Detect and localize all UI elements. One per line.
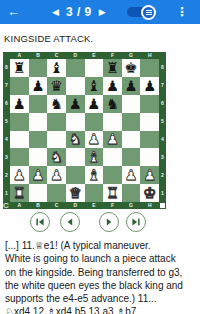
piece-white-pawn: ♟ <box>29 166 48 184</box>
square-e4[interactable]: ♟ <box>85 131 104 149</box>
skip-to-end-icon <box>130 216 142 228</box>
square-g6[interactable] <box>122 95 141 113</box>
file-label-h: H <box>140 202 159 209</box>
square-f5[interactable] <box>103 113 122 131</box>
file-labels-bottom: ABCDEFGH <box>10 202 159 209</box>
file-label-g: G <box>122 202 141 209</box>
rank-label-8: 8 <box>3 59 10 77</box>
square-f8[interactable]: ♜ <box>103 59 122 77</box>
piece-white-pawn: ♟ <box>140 166 159 184</box>
square-b4[interactable] <box>29 131 48 149</box>
square-g7[interactable]: ♟ <box>122 77 141 95</box>
file-label-d: D <box>66 202 85 209</box>
square-g5[interactable] <box>122 113 141 131</box>
file-label-e: E <box>85 52 104 59</box>
piece-black-pawn: ♟ <box>29 77 48 95</box>
square-e5[interactable] <box>85 113 104 131</box>
side-to-move-indicator <box>160 203 165 208</box>
next-move-button[interactable] <box>99 212 119 232</box>
square-d7[interactable] <box>66 77 85 95</box>
square-h5[interactable] <box>140 113 159 131</box>
square-g2[interactable]: ♟ <box>122 166 141 184</box>
rank-label-8: 8 <box>159 59 166 77</box>
file-label-d: D <box>66 52 85 59</box>
rank-label-4: 4 <box>159 131 166 149</box>
square-a8[interactable]: ♜ <box>10 59 29 77</box>
square-a1[interactable]: ♜ <box>10 184 29 202</box>
piece-white-pawn: ♟ <box>85 131 104 149</box>
page-title: KINGSIDE ATTACK. <box>4 33 93 44</box>
square-g8[interactable]: ♚ <box>122 59 141 77</box>
moves-list-toggle[interactable] <box>127 4 161 20</box>
annotation-line-2: White is going to launch a piece attack <box>5 252 197 265</box>
file-label-e: E <box>85 202 104 209</box>
square-h8[interactable] <box>140 59 159 77</box>
square-f2[interactable] <box>103 166 122 184</box>
rank-label-5: 5 <box>3 113 10 131</box>
square-c2[interactable]: ♟ <box>47 166 66 184</box>
go-to-end-button[interactable] <box>126 212 146 232</box>
board-grid: ♜♝♜♚♟♛♝♟♟♟♟♞♟♟♞♞♟♟♞♝♟♟♟♝♟♟♜♛♜♚ <box>10 59 159 202</box>
square-c4[interactable] <box>47 131 66 149</box>
app-screen: ← ◀ 3 / 9 ▶ ⋮ KINGSIDE ATTACK. ABCDEFGH … <box>0 0 200 314</box>
piece-black-bishop: ♝ <box>47 59 66 77</box>
rank-label-3: 3 <box>159 148 166 166</box>
exercise-position-label: 3 / 9 <box>66 5 92 19</box>
chessking-logo: C <box>3 201 9 210</box>
square-f7[interactable]: ♟ <box>103 77 122 95</box>
square-b3[interactable] <box>29 148 48 166</box>
piece-white-king: ♚ <box>140 184 159 202</box>
file-label-a: A <box>10 202 29 209</box>
piece-white-pawn: ♟ <box>122 166 141 184</box>
piece-black-pawn: ♟ <box>103 77 122 95</box>
rank-label-1: 1 <box>3 184 10 202</box>
square-d3[interactable] <box>66 148 85 166</box>
rank-label-5: 5 <box>159 113 166 131</box>
previous-move-button[interactable] <box>60 212 80 232</box>
square-c5[interactable] <box>47 113 66 131</box>
rank-label-1: 1 <box>159 184 166 202</box>
top-bar: ← ◀ 3 / 9 ▶ ⋮ <box>0 0 200 24</box>
next-exercise-icon[interactable]: ▶ <box>99 0 106 24</box>
file-label-b: B <box>29 52 48 59</box>
previous-icon <box>64 216 76 228</box>
square-d8[interactable] <box>66 59 85 77</box>
piece-white-bishop: ♝ <box>85 148 104 166</box>
square-f6[interactable]: ♞ <box>103 95 122 113</box>
piece-black-bishop: ♝ <box>85 77 104 95</box>
square-c6[interactable]: ♞ <box>47 95 66 113</box>
piece-black-rook: ♜ <box>10 59 29 77</box>
piece-black-pawn: ♟ <box>66 95 85 113</box>
square-c8[interactable]: ♝ <box>47 59 66 77</box>
file-label-c: C <box>47 52 66 59</box>
piece-white-bishop: ♝ <box>85 166 104 184</box>
next-icon <box>103 216 115 228</box>
piece-black-queen: ♛ <box>47 77 66 95</box>
go-to-start-button[interactable] <box>30 212 50 232</box>
prev-exercise-icon[interactable]: ◀ <box>52 0 59 24</box>
file-labels-top: ABCDEFGH <box>10 52 159 59</box>
rank-label-3: 3 <box>3 148 10 166</box>
square-e7[interactable]: ♝ <box>85 77 104 95</box>
file-label-f: F <box>103 202 122 209</box>
square-g1[interactable] <box>122 184 141 202</box>
square-h1[interactable]: ♚ <box>140 184 159 202</box>
square-d5[interactable] <box>66 113 85 131</box>
square-a6[interactable]: ♟ <box>10 95 29 113</box>
annotation-line-3: on the kingside. Being transferred to g3… <box>5 266 197 279</box>
toggle-knob <box>141 5 156 20</box>
rank-label-7: 7 <box>159 77 166 95</box>
square-b1[interactable] <box>29 184 48 202</box>
square-a3[interactable] <box>10 148 29 166</box>
file-label-a: A <box>10 52 29 59</box>
square-e3[interactable]: ♝ <box>85 148 104 166</box>
chess-board: ABCDEFGH ABCDEFGH 87654321 87654321 ♜♝♜♚… <box>3 52 166 209</box>
piece-white-pawn: ♟ <box>47 166 66 184</box>
rank-labels-left: 87654321 <box>3 59 10 202</box>
exercise-navigator: ◀ 3 / 9 ▶ <box>52 0 106 24</box>
piece-black-pawn: ♟ <box>122 77 141 95</box>
piece-white-rook: ♜ <box>103 184 122 202</box>
piece-black-king: ♚ <box>122 59 141 77</box>
list-icon <box>143 7 154 18</box>
overflow-menu-icon[interactable]: ⋮ <box>174 4 190 20</box>
square-c1[interactable] <box>47 184 66 202</box>
square-b7[interactable]: ♟ <box>29 77 48 95</box>
back-icon[interactable]: ← <box>7 4 20 20</box>
square-a7[interactable] <box>10 77 29 95</box>
piece-black-pawn: ♟ <box>10 95 29 113</box>
square-f1[interactable]: ♜ <box>103 184 122 202</box>
square-h2[interactable]: ♟ <box>140 166 159 184</box>
piece-white-knight: ♞ <box>47 148 66 166</box>
square-e2[interactable]: ♝ <box>85 166 104 184</box>
file-label-f: F <box>103 52 122 59</box>
rank-label-2: 2 <box>159 166 166 184</box>
square-g3[interactable] <box>122 148 141 166</box>
square-c7[interactable]: ♛ <box>47 77 66 95</box>
file-label-b: B <box>29 202 48 209</box>
piece-black-knight: ♞ <box>47 95 66 113</box>
square-a2[interactable]: ♟ <box>10 166 29 184</box>
square-a5[interactable] <box>10 113 29 131</box>
file-label-g: G <box>122 52 141 59</box>
square-a4[interactable] <box>10 131 29 149</box>
piece-black-rook: ♜ <box>103 59 122 77</box>
square-h6[interactable] <box>140 95 159 113</box>
square-e1[interactable] <box>85 184 104 202</box>
square-c3[interactable]: ♞ <box>47 148 66 166</box>
rank-label-6: 6 <box>3 95 10 113</box>
piece-black-pawn: ♟ <box>85 95 104 113</box>
piece-white-knight: ♞ <box>66 131 85 149</box>
square-g4[interactable] <box>122 131 141 149</box>
square-b5[interactable] <box>29 113 48 131</box>
square-b2[interactable]: ♟ <box>29 166 48 184</box>
piece-white-pawn: ♟ <box>10 166 29 184</box>
square-b6[interactable] <box>29 95 48 113</box>
square-h4[interactable] <box>140 131 159 149</box>
annotation-line-6: ♘xd4 12.♗xd4 b5 13.a3 ♗b7 <box>5 305 197 314</box>
rank-label-4: 4 <box>3 131 10 149</box>
piece-white-queen: ♛ <box>66 184 85 202</box>
square-e6[interactable]: ♟ <box>85 95 104 113</box>
square-e8[interactable] <box>85 59 104 77</box>
piece-white-rook: ♜ <box>10 184 29 202</box>
rank-label-2: 2 <box>3 166 10 184</box>
piece-black-pawn: ♟ <box>140 77 159 95</box>
piece-black-knight: ♞ <box>103 95 122 113</box>
square-f4[interactable]: ♟ <box>103 131 122 149</box>
square-h7[interactable]: ♟ <box>140 77 159 95</box>
square-d2[interactable] <box>66 166 85 184</box>
annotation-line-5: supports the e4-e5 advance.) 11... <box>5 292 197 305</box>
rank-label-6: 6 <box>159 95 166 113</box>
square-b8[interactable] <box>29 59 48 77</box>
annotation-line-1: [...] 11.♕e1! (A typical maneuver. <box>5 239 197 252</box>
square-d6[interactable]: ♟ <box>66 95 85 113</box>
annotation-line-4: the white queen eyes the black king and <box>5 279 197 292</box>
rank-label-7: 7 <box>3 77 10 95</box>
square-h3[interactable] <box>140 148 159 166</box>
rank-labels-right: 87654321 <box>159 59 166 202</box>
piece-white-pawn: ♟ <box>103 131 122 149</box>
move-annotation: [...] 11.♕e1! (A typical maneuver.White … <box>5 239 197 314</box>
file-label-c: C <box>47 202 66 209</box>
square-d1[interactable]: ♛ <box>66 184 85 202</box>
skip-to-start-icon <box>34 216 46 228</box>
file-label-h: H <box>140 52 159 59</box>
square-f3[interactable] <box>103 148 122 166</box>
square-d4[interactable]: ♞ <box>66 131 85 149</box>
